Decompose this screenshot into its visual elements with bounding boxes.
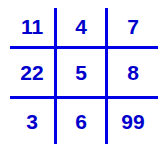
cell-r2c2: 5: [57, 49, 108, 99]
cell-value: 4: [75, 15, 87, 39]
cell-r3c2: 6: [57, 99, 108, 144]
cell-value: 5: [75, 61, 87, 85]
cell-value: 3: [26, 110, 38, 134]
cell-value: 22: [20, 61, 43, 85]
cell-r3c3: 99: [108, 99, 158, 144]
cell-value: 11: [21, 15, 43, 39]
cell-value: 8: [127, 61, 139, 85]
cell-r1c1: 11: [10, 8, 57, 49]
puzzle-screen: 11 4 7 22 5 8 3 6 99: [0, 0, 167, 156]
number-grid-board: 11 4 7 22 5 8 3 6 99: [10, 8, 158, 144]
cell-r3c1: 3: [10, 99, 57, 144]
cell-r1c2: 4: [57, 8, 108, 49]
cell-value: 99: [121, 110, 144, 134]
cell-value: 7: [127, 15, 139, 39]
cell-r2c1: 22: [10, 49, 57, 99]
cell-r2c3: 8: [108, 49, 158, 99]
cell-value: 6: [75, 110, 87, 134]
cell-r1c3: 7: [108, 8, 158, 49]
